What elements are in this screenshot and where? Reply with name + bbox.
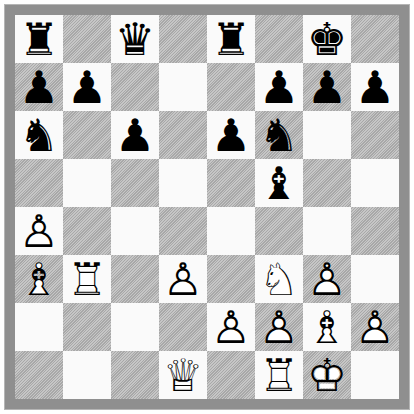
square-e8[interactable]: ♜ [207,15,255,63]
piece-white-knight: ♞♘ [255,255,303,303]
chess-diagram: ♜♛♜♚♟♟♟♟♟♞♟♟♞♝♟♙♝♗♜♖♟♙♞♘♟♙♟♙♟♙♝♗♟♙♛♕♜♖♚♔ [0,0,414,414]
square-d1[interactable]: ♛♕ [159,351,207,399]
square-a7[interactable]: ♟ [15,63,63,111]
square-g2[interactable]: ♝♗ [303,303,351,351]
board-frame: ♜♛♜♚♟♟♟♟♟♞♟♟♞♝♟♙♝♗♜♖♟♙♞♘♟♙♟♙♟♙♝♗♟♙♛♕♜♖♚♔ [4,4,410,410]
square-e5[interactable] [207,159,255,207]
square-c5[interactable] [111,159,159,207]
square-e4[interactable] [207,207,255,255]
square-c7[interactable] [111,63,159,111]
square-a3[interactable]: ♝♗ [15,255,63,303]
square-h7[interactable]: ♟ [351,63,399,111]
square-g4[interactable] [303,207,351,255]
square-g7[interactable]: ♟ [303,63,351,111]
piece-black-queen: ♛ [111,15,159,63]
square-h2[interactable]: ♟♙ [351,303,399,351]
square-h6[interactable] [351,111,399,159]
square-d6[interactable] [159,111,207,159]
piece-black-pawn: ♟ [303,63,351,111]
square-e3[interactable] [207,255,255,303]
square-a5[interactable] [15,159,63,207]
square-d3[interactable]: ♟♙ [159,255,207,303]
square-h5[interactable] [351,159,399,207]
piece-white-rook: ♜♖ [63,255,111,303]
square-b5[interactable] [63,159,111,207]
square-e6[interactable]: ♟ [207,111,255,159]
square-h8[interactable] [351,15,399,63]
square-f1[interactable]: ♜♖ [255,351,303,399]
square-d7[interactable] [159,63,207,111]
piece-black-king: ♚ [303,15,351,63]
piece-white-queen: ♛♕ [159,351,207,399]
square-d8[interactable] [159,15,207,63]
piece-white-pawn: ♟♙ [255,303,303,351]
square-a2[interactable] [15,303,63,351]
piece-black-pawn: ♟ [351,63,399,111]
square-b7[interactable]: ♟ [63,63,111,111]
square-b8[interactable] [63,15,111,63]
piece-white-pawn: ♟♙ [159,255,207,303]
piece-black-pawn: ♟ [255,63,303,111]
piece-black-rook: ♜ [207,15,255,63]
square-f2[interactable]: ♟♙ [255,303,303,351]
square-g8[interactable]: ♚ [303,15,351,63]
square-e1[interactable] [207,351,255,399]
square-b1[interactable] [63,351,111,399]
square-d4[interactable] [159,207,207,255]
piece-black-pawn: ♟ [207,111,255,159]
square-c4[interactable] [111,207,159,255]
piece-white-rook: ♜♖ [255,351,303,399]
square-b4[interactable] [63,207,111,255]
piece-white-pawn: ♟♙ [303,255,351,303]
square-e7[interactable] [207,63,255,111]
piece-black-knight: ♞ [255,111,303,159]
piece-black-pawn: ♟ [15,63,63,111]
square-c1[interactable] [111,351,159,399]
square-g6[interactable] [303,111,351,159]
square-a1[interactable] [15,351,63,399]
square-f5[interactable]: ♝ [255,159,303,207]
piece-white-pawn: ♟♙ [15,207,63,255]
square-h3[interactable] [351,255,399,303]
piece-black-rook: ♜ [15,15,63,63]
piece-black-pawn: ♟ [111,111,159,159]
square-a4[interactable]: ♟♙ [15,207,63,255]
square-c6[interactable]: ♟ [111,111,159,159]
square-f7[interactable]: ♟ [255,63,303,111]
square-h1[interactable] [351,351,399,399]
square-f8[interactable] [255,15,303,63]
square-b6[interactable] [63,111,111,159]
square-f3[interactable]: ♞♘ [255,255,303,303]
square-c8[interactable]: ♛ [111,15,159,63]
square-f6[interactable]: ♞ [255,111,303,159]
piece-white-pawn: ♟♙ [351,303,399,351]
piece-black-knight: ♞ [15,111,63,159]
piece-white-pawn: ♟♙ [207,303,255,351]
square-g3[interactable]: ♟♙ [303,255,351,303]
square-d5[interactable] [159,159,207,207]
piece-white-bishop: ♝♗ [303,303,351,351]
square-b3[interactable]: ♜♖ [63,255,111,303]
piece-black-bishop: ♝ [255,159,303,207]
piece-white-king: ♚♔ [303,351,351,399]
square-c3[interactable] [111,255,159,303]
piece-black-pawn: ♟ [63,63,111,111]
square-c2[interactable] [111,303,159,351]
square-b2[interactable] [63,303,111,351]
piece-white-bishop: ♝♗ [15,255,63,303]
square-d2[interactable] [159,303,207,351]
square-a6[interactable]: ♞ [15,111,63,159]
square-g1[interactable]: ♚♔ [303,351,351,399]
square-a8[interactable]: ♜ [15,15,63,63]
chess-board: ♜♛♜♚♟♟♟♟♟♞♟♟♞♝♟♙♝♗♜♖♟♙♞♘♟♙♟♙♟♙♝♗♟♙♛♕♜♖♚♔ [15,15,399,399]
square-g5[interactable] [303,159,351,207]
square-e2[interactable]: ♟♙ [207,303,255,351]
square-h4[interactable] [351,207,399,255]
square-f4[interactable] [255,207,303,255]
